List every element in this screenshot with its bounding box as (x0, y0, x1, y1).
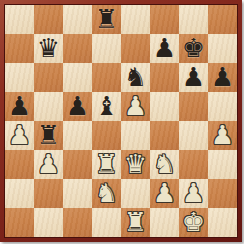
black-knight-icon: ♞ (124, 63, 147, 92)
square-c2[interactable] (63, 179, 92, 208)
square-f2[interactable]: ♟ (150, 179, 179, 208)
square-c5[interactable]: ♟ (63, 92, 92, 121)
square-c7[interactable] (63, 34, 92, 63)
square-g4[interactable] (179, 121, 208, 150)
square-d6[interactable] (92, 63, 121, 92)
square-f8[interactable] (150, 5, 179, 34)
square-e8[interactable] (121, 5, 150, 34)
square-e7[interactable] (121, 34, 150, 63)
square-g1[interactable]: ♚ (179, 208, 208, 237)
square-b3[interactable]: ♟ (34, 150, 63, 179)
white-rook-icon: ♜ (124, 208, 147, 237)
black-pawn-icon: ♟ (211, 63, 234, 92)
square-f1[interactable] (150, 208, 179, 237)
black-pawn-icon: ♟ (182, 63, 205, 92)
square-a6[interactable] (5, 63, 34, 92)
square-b2[interactable] (34, 179, 63, 208)
square-h2[interactable] (208, 179, 237, 208)
square-f4[interactable] (150, 121, 179, 150)
square-a2[interactable] (5, 179, 34, 208)
square-b1[interactable] (34, 208, 63, 237)
square-b6[interactable] (34, 63, 63, 92)
square-e1[interactable]: ♜ (121, 208, 150, 237)
square-h8[interactable] (208, 5, 237, 34)
square-d1[interactable] (92, 208, 121, 237)
square-c1[interactable] (63, 208, 92, 237)
white-pawn-icon: ♟ (182, 179, 205, 208)
board-frame: ♜♛♟♚♞♟♟♟♟♝♟♟♜♟♟♜♛♞♞♟♟♜♚ (0, 0, 242, 242)
square-b7[interactable]: ♛ (34, 34, 63, 63)
square-d7[interactable] (92, 34, 121, 63)
white-pawn-icon: ♟ (153, 179, 176, 208)
black-rook-icon: ♜ (95, 5, 118, 34)
square-c3[interactable] (63, 150, 92, 179)
white-pawn-icon: ♟ (124, 92, 147, 121)
black-bishop-icon: ♝ (95, 92, 118, 121)
white-pawn-icon: ♟ (8, 121, 31, 150)
square-h5[interactable] (208, 92, 237, 121)
square-d5[interactable]: ♝ (92, 92, 121, 121)
black-rook-icon: ♜ (37, 121, 60, 150)
chess-diagram: ♜♛♟♚♞♟♟♟♟♝♟♟♜♟♟♜♛♞♞♟♟♜♚ (0, 0, 244, 244)
square-g2[interactable]: ♟ (179, 179, 208, 208)
black-pawn-icon: ♟ (153, 34, 176, 63)
square-e6[interactable]: ♞ (121, 63, 150, 92)
square-g8[interactable] (179, 5, 208, 34)
square-h4[interactable]: ♟ (208, 121, 237, 150)
square-a5[interactable]: ♟ (5, 92, 34, 121)
square-a8[interactable] (5, 5, 34, 34)
square-g5[interactable] (179, 92, 208, 121)
square-h6[interactable]: ♟ (208, 63, 237, 92)
black-pawn-icon: ♟ (8, 92, 31, 121)
white-rook-icon: ♜ (95, 150, 118, 179)
square-e4[interactable] (121, 121, 150, 150)
square-h3[interactable] (208, 150, 237, 179)
square-b4[interactable]: ♜ (34, 121, 63, 150)
square-d4[interactable] (92, 121, 121, 150)
white-knight-icon: ♞ (153, 150, 176, 179)
square-g7[interactable]: ♚ (179, 34, 208, 63)
square-a7[interactable] (5, 34, 34, 63)
square-e5[interactable]: ♟ (121, 92, 150, 121)
square-a1[interactable] (5, 208, 34, 237)
square-c4[interactable] (63, 121, 92, 150)
square-h7[interactable] (208, 34, 237, 63)
black-king-icon: ♚ (182, 34, 205, 63)
square-d8[interactable]: ♜ (92, 5, 121, 34)
white-pawn-icon: ♟ (37, 150, 60, 179)
square-f5[interactable] (150, 92, 179, 121)
square-b8[interactable] (34, 5, 63, 34)
square-b5[interactable] (34, 92, 63, 121)
white-pawn-icon: ♟ (211, 121, 234, 150)
square-a4[interactable]: ♟ (5, 121, 34, 150)
square-f7[interactable]: ♟ (150, 34, 179, 63)
square-f6[interactable] (150, 63, 179, 92)
square-a3[interactable] (5, 150, 34, 179)
white-king-icon: ♚ (182, 208, 205, 237)
square-e2[interactable] (121, 179, 150, 208)
square-g6[interactable]: ♟ (179, 63, 208, 92)
square-c6[interactable] (63, 63, 92, 92)
square-c8[interactable] (63, 5, 92, 34)
black-queen-icon: ♛ (37, 34, 60, 63)
square-d3[interactable]: ♜ (92, 150, 121, 179)
chess-board: ♜♛♟♚♞♟♟♟♟♝♟♟♜♟♟♜♛♞♞♟♟♜♚ (4, 4, 238, 238)
square-e3[interactable]: ♛ (121, 150, 150, 179)
white-queen-icon: ♛ (124, 150, 147, 179)
square-g3[interactable] (179, 150, 208, 179)
square-d2[interactable]: ♞ (92, 179, 121, 208)
square-h1[interactable] (208, 208, 237, 237)
white-knight-icon: ♞ (95, 179, 118, 208)
black-pawn-icon: ♟ (66, 92, 89, 121)
square-f3[interactable]: ♞ (150, 150, 179, 179)
